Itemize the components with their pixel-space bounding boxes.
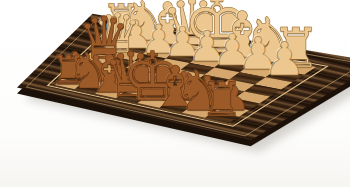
piece-white-pawn: ♟ <box>141 18 177 58</box>
piece-white-rook: ♜ <box>101 0 141 43</box>
piece-black-queen: ♛ <box>103 44 158 106</box>
piece-black-rook: ♜ <box>50 50 86 90</box>
piece-white-bishop: ♝ <box>214 4 271 67</box>
piece-black-pawn: ♟ <box>213 75 251 117</box>
piece-black-bishop: ♝ <box>150 59 200 115</box>
piece-white-knight: ♞ <box>120 0 169 48</box>
piece-black-rook: ♜ <box>200 76 243 124</box>
piece-white-king: ♚ <box>182 0 251 64</box>
piece-black-king: ♚ <box>122 43 183 111</box>
chess-pieces-layer: ♜♞♝♛♚♝♞♜♟♟♟♟♟♟♟♟♟♟♟♟♟♟♟♟♜♞♝♛♚♝♞♜♛♛ <box>0 0 350 187</box>
piece-black-pawn: ♟ <box>60 48 91 83</box>
display-extra-queen-black: ♛ <box>78 9 130 67</box>
piece-black-pawn: ♟ <box>122 59 156 97</box>
chess-set-product-photo: ♜♞♝♛♚♝♞♜♟♟♟♟♟♟♟♟♟♟♟♟♟♟♟♟♜♞♝♛♚♝♞♜♛♛ <box>0 0 350 187</box>
piece-black-pawn: ♟ <box>189 71 226 112</box>
display-extra-queen-white: ♛ <box>93 7 141 61</box>
piece-white-pawn: ♟ <box>118 15 153 54</box>
piece-white-pawn: ♟ <box>96 12 130 50</box>
piece-white-rook: ♜ <box>272 21 321 76</box>
piece-black-pawn: ♟ <box>80 52 112 88</box>
piece-white-pawn: ♟ <box>264 36 305 82</box>
piece-white-pawn: ♟ <box>212 29 251 73</box>
piece-white-pawn: ♟ <box>238 32 278 77</box>
piece-white-bishop: ♝ <box>142 0 194 53</box>
piece-black-pawn: ♟ <box>101 55 134 92</box>
piece-black-pawn: ♟ <box>166 67 202 107</box>
piece-white-pawn: ♟ <box>164 22 201 63</box>
piece-white-pawn: ♟ <box>188 25 226 67</box>
piece-black-knight: ♞ <box>173 65 222 120</box>
piece-white-knight: ♞ <box>241 9 297 72</box>
piece-black-pawn: ♟ <box>144 63 179 102</box>
piece-black-bishop: ♝ <box>86 49 132 101</box>
piece-white-queen: ♛ <box>161 0 223 59</box>
piece-black-knight: ♞ <box>67 47 110 96</box>
